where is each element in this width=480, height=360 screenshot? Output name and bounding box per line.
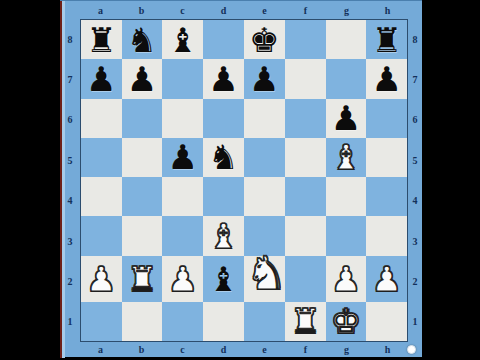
rank-label: 1 bbox=[60, 302, 80, 342]
file-label: g bbox=[326, 1, 367, 19]
square-e8[interactable]: ♚ bbox=[244, 20, 285, 59]
square-f3[interactable] bbox=[285, 216, 326, 255]
rank-labels-left: 87654321 bbox=[60, 19, 80, 342]
white-pawn-c2[interactable]: ♟ bbox=[167, 262, 197, 296]
square-f1[interactable]: ♜ bbox=[285, 302, 326, 341]
square-a1[interactable] bbox=[81, 302, 122, 341]
rank-label: 2 bbox=[60, 261, 80, 301]
black-pawn-h7[interactable]: ♟ bbox=[371, 62, 401, 96]
square-h8[interactable]: ♜ bbox=[366, 20, 407, 59]
square-c7[interactable] bbox=[162, 59, 203, 98]
square-e2[interactable]: ♞ bbox=[244, 256, 285, 302]
square-c2[interactable]: ♟ bbox=[162, 256, 203, 302]
square-c3[interactable] bbox=[162, 216, 203, 255]
rank-label: 3 bbox=[60, 221, 80, 261]
file-label: f bbox=[285, 342, 326, 357]
square-e6[interactable] bbox=[244, 99, 285, 138]
file-label: b bbox=[121, 342, 162, 357]
side-to-move-indicator bbox=[407, 345, 416, 354]
square-c6[interactable] bbox=[162, 99, 203, 138]
letterbox-right bbox=[422, 0, 480, 360]
square-d3[interactable]: ♝ bbox=[203, 216, 244, 255]
black-pawn-e7[interactable]: ♟ bbox=[249, 62, 279, 96]
square-d7[interactable]: ♟ bbox=[203, 59, 244, 98]
file-label: e bbox=[244, 1, 285, 19]
file-labels-top: abcdefgh bbox=[80, 1, 408, 19]
square-h1[interactable] bbox=[366, 302, 407, 341]
rank-label: 5 bbox=[60, 140, 80, 180]
white-king-g1[interactable]: ♚ bbox=[331, 304, 361, 338]
black-pawn-g6[interactable]: ♟ bbox=[331, 101, 361, 135]
square-g2[interactable]: ♟ bbox=[326, 256, 367, 302]
square-h5[interactable] bbox=[366, 138, 407, 177]
white-knight-e2[interactable]: ♞ bbox=[246, 250, 287, 296]
white-pawn-a2[interactable]: ♟ bbox=[86, 262, 116, 296]
square-a7[interactable]: ♟ bbox=[81, 59, 122, 98]
white-rook-f1[interactable]: ♜ bbox=[290, 304, 320, 338]
square-f4[interactable] bbox=[285, 177, 326, 216]
black-pawn-b7[interactable]: ♟ bbox=[127, 62, 157, 96]
file-label: e bbox=[244, 342, 285, 357]
square-f7[interactable] bbox=[285, 59, 326, 98]
square-h6[interactable] bbox=[366, 99, 407, 138]
square-e5[interactable] bbox=[244, 138, 285, 177]
square-b3[interactable] bbox=[122, 216, 163, 255]
file-labels-bottom: abcdefgh bbox=[80, 342, 408, 357]
rank-label: 4 bbox=[408, 181, 422, 221]
black-rook-a8[interactable]: ♜ bbox=[86, 23, 116, 57]
file-label: a bbox=[80, 342, 121, 357]
file-label: c bbox=[162, 342, 203, 357]
square-a8[interactable]: ♜ bbox=[81, 20, 122, 59]
file-label: g bbox=[326, 342, 367, 357]
black-pawn-a7[interactable]: ♟ bbox=[86, 62, 116, 96]
square-h4[interactable] bbox=[366, 177, 407, 216]
square-a4[interactable] bbox=[81, 177, 122, 216]
square-b5[interactable] bbox=[122, 138, 163, 177]
square-g4[interactable] bbox=[326, 177, 367, 216]
square-h3[interactable] bbox=[366, 216, 407, 255]
rank-labels-right: 87654321 bbox=[408, 19, 422, 342]
black-bishop-c8[interactable]: ♝ bbox=[167, 23, 197, 57]
square-g6[interactable]: ♟ bbox=[326, 99, 367, 138]
black-bishop-d2[interactable]: ♝ bbox=[208, 262, 238, 296]
square-g1[interactable]: ♚ bbox=[326, 302, 367, 341]
square-c1[interactable] bbox=[162, 302, 203, 341]
square-h2[interactable]: ♟ bbox=[366, 256, 407, 302]
square-a5[interactable] bbox=[81, 138, 122, 177]
square-b1[interactable] bbox=[122, 302, 163, 341]
square-e7[interactable]: ♟ bbox=[244, 59, 285, 98]
rank-label: 2 bbox=[408, 261, 422, 301]
video-frame: abcdefgh abcdefgh 87654321 87654321 ♜♞♝♚… bbox=[0, 0, 480, 360]
file-label: a bbox=[80, 1, 121, 19]
white-pawn-g2[interactable]: ♟ bbox=[331, 262, 361, 296]
white-pawn-h2[interactable]: ♟ bbox=[371, 262, 401, 296]
square-d5[interactable]: ♞ bbox=[203, 138, 244, 177]
black-pawn-c5[interactable]: ♟ bbox=[167, 140, 197, 174]
square-e1[interactable] bbox=[244, 302, 285, 341]
square-b8[interactable]: ♞ bbox=[122, 20, 163, 59]
square-a6[interactable] bbox=[81, 99, 122, 138]
square-a3[interactable] bbox=[81, 216, 122, 255]
file-label: f bbox=[285, 1, 326, 19]
rank-label: 6 bbox=[60, 100, 80, 140]
rank-label: 1 bbox=[408, 302, 422, 342]
rank-label: 8 bbox=[408, 19, 422, 59]
square-b4[interactable] bbox=[122, 177, 163, 216]
square-g3[interactable] bbox=[326, 216, 367, 255]
square-d1[interactable] bbox=[203, 302, 244, 341]
rank-label: 6 bbox=[408, 100, 422, 140]
square-g8[interactable] bbox=[326, 20, 367, 59]
file-label: d bbox=[203, 1, 244, 19]
white-bishop-g5[interactable]: ♝ bbox=[331, 140, 361, 174]
file-label: h bbox=[367, 342, 408, 357]
white-bishop-d3[interactable]: ♝ bbox=[208, 219, 238, 253]
square-f6[interactable] bbox=[285, 99, 326, 138]
file-label: d bbox=[203, 342, 244, 357]
rank-label: 8 bbox=[60, 19, 80, 59]
square-c5[interactable]: ♟ bbox=[162, 138, 203, 177]
file-label: h bbox=[367, 1, 408, 19]
square-h7[interactable]: ♟ bbox=[366, 59, 407, 98]
square-g7[interactable] bbox=[326, 59, 367, 98]
square-b2[interactable]: ♜ bbox=[122, 256, 163, 302]
black-pawn-d7[interactable]: ♟ bbox=[208, 62, 238, 96]
rank-label: 4 bbox=[60, 181, 80, 221]
rank-label: 7 bbox=[60, 59, 80, 99]
square-f2[interactable] bbox=[285, 256, 326, 302]
black-knight-b8[interactable]: ♞ bbox=[127, 23, 157, 57]
square-b6[interactable] bbox=[122, 99, 163, 138]
square-d8[interactable] bbox=[203, 20, 244, 59]
square-d4[interactable] bbox=[203, 177, 244, 216]
file-label: c bbox=[162, 1, 203, 19]
rank-label: 3 bbox=[408, 221, 422, 261]
square-c4[interactable] bbox=[162, 177, 203, 216]
square-f8[interactable] bbox=[285, 20, 326, 59]
black-rook-h8[interactable]: ♜ bbox=[371, 23, 401, 57]
square-c8[interactable]: ♝ bbox=[162, 20, 203, 59]
square-e4[interactable] bbox=[244, 177, 285, 216]
chess-board[interactable]: ♜♞♝♚♜♟♟♟♟♟♟♟♞♝♝♟♜♟♝♞♟♟♜♚ bbox=[80, 19, 408, 342]
square-d6[interactable] bbox=[203, 99, 244, 138]
square-b7[interactable]: ♟ bbox=[122, 59, 163, 98]
rank-label: 7 bbox=[408, 59, 422, 99]
square-d2[interactable]: ♝ bbox=[203, 256, 244, 302]
white-rook-b2[interactable]: ♜ bbox=[127, 262, 157, 296]
file-label: b bbox=[121, 1, 162, 19]
black-knight-d5[interactable]: ♞ bbox=[208, 140, 238, 174]
square-f5[interactable] bbox=[285, 138, 326, 177]
letterbox-left bbox=[0, 0, 60, 360]
board-frame: abcdefgh abcdefgh 87654321 87654321 ♜♞♝♚… bbox=[60, 0, 422, 357]
square-g5[interactable]: ♝ bbox=[326, 138, 367, 177]
rank-label: 5 bbox=[408, 140, 422, 180]
square-a2[interactable]: ♟ bbox=[81, 256, 122, 302]
black-king-e8[interactable]: ♚ bbox=[249, 23, 279, 57]
